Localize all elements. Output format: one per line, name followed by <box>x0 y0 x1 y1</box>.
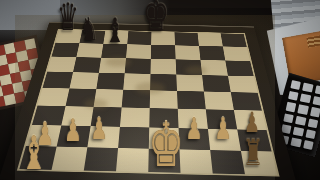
square-g6[interactable] <box>200 60 227 76</box>
book-embossing <box>306 35 320 47</box>
square-d3[interactable] <box>120 107 150 127</box>
square-h5[interactable] <box>228 76 258 93</box>
square-g7[interactable] <box>199 46 225 61</box>
square-c1[interactable] <box>84 147 118 171</box>
device-button <box>312 96 320 106</box>
square-a5[interactable] <box>43 72 73 89</box>
square-g8[interactable] <box>198 33 223 47</box>
device-button <box>290 80 301 90</box>
device-button <box>307 118 318 128</box>
square-h6[interactable] <box>225 60 253 76</box>
device-button <box>300 94 311 104</box>
piece-white-bishop-a1[interactable]: ♝ <box>21 130 47 176</box>
square-g4[interactable] <box>204 92 234 110</box>
square-c6[interactable] <box>99 58 126 74</box>
square-d4[interactable] <box>122 90 150 108</box>
square-h7[interactable] <box>223 46 250 61</box>
square-g1[interactable] <box>210 150 245 174</box>
device-button <box>295 115 306 125</box>
square-f5[interactable] <box>176 75 204 92</box>
device-button <box>288 91 299 101</box>
square-f4[interactable] <box>177 91 206 109</box>
device-button <box>291 137 302 147</box>
square-e5[interactable] <box>150 74 177 91</box>
device-button <box>310 107 320 117</box>
square-f7[interactable] <box>175 45 200 60</box>
piece-black-king-e8[interactable]: ♚ <box>143 0 169 37</box>
piece-white-pawn-c2[interactable]: ♟ <box>90 114 107 144</box>
square-g5[interactable] <box>202 75 231 92</box>
square-a4[interactable] <box>38 88 70 106</box>
device-button <box>302 83 313 93</box>
device-button <box>303 140 314 150</box>
device-button <box>298 105 309 115</box>
square-f6[interactable] <box>176 59 202 75</box>
square-a7[interactable] <box>52 43 80 57</box>
square-d7[interactable] <box>126 44 151 59</box>
square-a6[interactable] <box>47 57 76 73</box>
device-buttons <box>279 80 320 150</box>
square-b6[interactable] <box>73 57 101 73</box>
device-button <box>283 113 294 123</box>
device-button <box>305 129 316 139</box>
square-d1[interactable] <box>116 148 149 172</box>
square-b4[interactable] <box>66 88 97 106</box>
piece-white-king-e1[interactable]: ♚ <box>148 114 184 176</box>
square-f8[interactable] <box>174 32 198 46</box>
square-f1[interactable] <box>179 149 212 173</box>
piece-white-rook-h1[interactable]: ♜ <box>243 135 264 171</box>
square-c4[interactable] <box>94 89 124 107</box>
square-e7[interactable] <box>151 45 176 60</box>
piece-black-queen-a8[interactable]: ♛ <box>57 0 79 36</box>
piece-black-knight-b8[interactable]: ♞ <box>80 13 98 45</box>
device-button <box>314 85 320 95</box>
square-b1[interactable] <box>52 147 88 171</box>
piece-black-bishop-c8[interactable]: ♝ <box>105 13 125 47</box>
square-b5[interactable] <box>69 72 98 89</box>
square-c5[interactable] <box>96 73 124 90</box>
square-d6[interactable] <box>125 58 151 74</box>
piece-white-pawn-f2[interactable]: ♟ <box>185 114 202 144</box>
square-h8[interactable] <box>221 33 247 47</box>
device-button <box>286 102 297 112</box>
piece-white-pawn-b2[interactable]: ♟ <box>64 115 82 146</box>
square-e6[interactable] <box>150 59 176 75</box>
square-d5[interactable] <box>123 73 150 90</box>
piece-white-pawn-g2[interactable]: ♟ <box>214 114 231 144</box>
square-e4[interactable] <box>150 90 178 108</box>
square-d2[interactable] <box>118 127 149 149</box>
photo-scene: ♛♚♞♝♟♟♟♟♟♟♜♚♝ <box>0 0 320 180</box>
device-button <box>293 126 304 136</box>
